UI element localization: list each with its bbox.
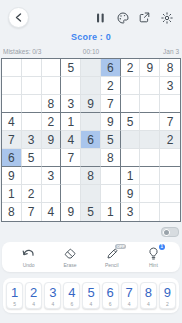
cell-r7c5[interactable]: 8 [81,167,101,185]
pause-icon[interactable] [94,11,107,24]
cell-r3c7[interactable] [121,95,141,113]
cell-r3c5[interactable]: 9 [81,95,101,113]
num-digit: 4 [68,285,75,300]
cell-r7c8[interactable] [140,167,160,185]
cell-r4c4[interactable]: 1 [61,113,81,131]
cell-r9c5[interactable]: 5 [81,203,101,221]
cell-r4c6[interactable]: 9 [101,113,121,131]
cell-r1c5[interactable] [81,59,101,77]
cell-r4c1[interactable]: 4 [2,113,22,131]
share-icon[interactable] [138,11,151,24]
cell-r2c2[interactable] [22,77,42,95]
cell-r6c6[interactable]: 8 [101,149,121,167]
cell-r8c3[interactable] [42,185,62,203]
cell-r1c9[interactable]: 8 [160,59,180,77]
palette-icon[interactable] [116,11,129,24]
cell-r2c3[interactable] [42,77,62,95]
lightbulb-icon [148,247,159,260]
board-toggle-switch[interactable] [161,227,179,237]
cell-r1c4[interactable]: 5 [61,59,81,77]
cell-r1c1[interactable] [2,59,22,77]
cell-r9c6[interactable]: 1 [101,203,121,221]
num-remaining-count: 4 [147,301,150,307]
cell-r4c7[interactable]: 5 [121,113,141,131]
top-icon-group [94,11,173,24]
num-button-2[interactable]: 24 [25,282,42,309]
pencil-off-badge: OFF [115,244,126,249]
undo-button[interactable]: Undo [22,247,35,268]
hint-count-badge: 1 [159,244,165,250]
cell-r7c4[interactable] [61,167,81,185]
num-button-9[interactable]: 92 [159,282,176,309]
num-remaining-count: 4 [32,301,35,307]
undo-icon [22,248,35,259]
erase-button[interactable]: Erase [63,247,76,268]
num-button-6[interactable]: 66 [102,282,119,309]
cell-r8c5[interactable] [81,185,101,203]
cell-r9c9[interactable] [160,203,180,221]
undo-label: Undo [23,262,35,268]
cell-r4c3[interactable]: 2 [42,113,62,131]
cell-r4c9[interactable]: 7 [160,113,180,131]
cell-r7c9[interactable] [160,167,180,185]
sudoku-board: 5629823839742195773946526578938112987495… [1,58,181,222]
cell-r2c7[interactable] [121,77,141,95]
toolbar: Undo Erase OFF Pencil [2,242,180,272]
cell-r2c4[interactable] [61,77,81,95]
num-digit: 7 [126,285,133,300]
cell-r8c6[interactable] [101,185,121,203]
cell-r5c4[interactable]: 4 [61,131,81,149]
num-digit: 9 [164,285,171,300]
num-remaining-count: 4 [128,301,131,307]
cell-r4c8[interactable] [140,113,160,131]
num-button-4[interactable]: 46 [63,282,80,309]
cell-r8c7[interactable]: 9 [121,185,141,203]
hint-button[interactable]: 1 Hint [147,247,160,268]
cell-r3c1[interactable] [2,95,22,113]
num-button-3[interactable]: 34 [44,282,61,309]
cell-r2c8[interactable] [140,77,160,95]
cell-r9c3[interactable]: 4 [42,203,62,221]
cell-r5c8[interactable] [140,131,160,149]
cell-r5c9[interactable]: 2 [160,131,180,149]
chevron-left-icon [15,13,22,22]
num-button-7[interactable]: 74 [121,282,138,309]
cell-r9c8[interactable] [140,203,160,221]
cell-r7c6[interactable] [101,167,121,185]
num-remaining-count: 6 [109,301,112,307]
cell-r3c2[interactable] [22,95,42,113]
cell-r5c6[interactable]: 5 [101,131,121,149]
cell-r5c7[interactable] [121,131,141,149]
num-digit: 5 [87,285,94,300]
cell-r2c6[interactable]: 2 [101,77,121,95]
cell-r1c2[interactable] [22,59,42,77]
cell-r6c7[interactable] [121,149,141,167]
number-pad: 152434465466748492 [3,278,179,313]
num-button-5[interactable]: 54 [82,282,99,309]
num-remaining-count: 2 [166,301,169,307]
num-button-8[interactable]: 84 [140,282,157,309]
cell-r4c2[interactable] [22,113,42,131]
cell-r3c8[interactable] [140,95,160,113]
cell-r6c4[interactable]: 7 [61,149,81,167]
cell-r3c4[interactable]: 3 [61,95,81,113]
pencil-label: Pencil [105,262,119,268]
cell-r5c1[interactable]: 7 [2,131,22,149]
cell-r2c5[interactable] [81,77,101,95]
cell-r6c1[interactable]: 6 [2,149,22,167]
cell-r8c1[interactable]: 1 [2,185,22,203]
mistakes-counter: Mistakes: 0/3 [3,48,62,55]
num-remaining-count: 6 [70,301,73,307]
date-label: Jan 3 [120,48,179,55]
cell-r7c2[interactable] [22,167,42,185]
cell-r5c5[interactable]: 6 [81,131,101,149]
num-digit: 2 [30,285,37,300]
top-bar [0,0,182,28]
erase-label: Erase [63,262,76,268]
pencil-button[interactable]: OFF Pencil [105,247,119,268]
cell-r2c9[interactable]: 3 [160,77,180,95]
toggle-knob [163,229,170,236]
back-button[interactable] [8,7,29,28]
hint-label: Hint [149,262,158,268]
cell-r8c8[interactable] [140,185,160,203]
cell-r9c1[interactable]: 8 [2,203,22,221]
cell-r3c9[interactable] [160,95,180,113]
num-remaining-count: 4 [90,301,93,307]
num-digit: 3 [49,285,56,300]
pencil-icon [106,248,118,260]
num-digit: 1 [11,285,18,300]
cell-r1c6[interactable]: 6 [101,59,121,77]
cell-r5c2[interactable]: 3 [22,131,42,149]
cell-r3c6[interactable]: 7 [101,95,121,113]
sudoku-app: Score : 0 Mistakes: 0/3 00:10 Jan 3 5629… [0,0,182,323]
status-row: Mistakes: 0/3 00:10 Jan 3 [3,48,179,55]
cell-r6c5[interactable] [81,149,101,167]
num-button-1[interactable]: 15 [6,282,23,309]
cell-r1c7[interactable]: 2 [121,59,141,77]
cell-r8c2[interactable]: 2 [22,185,42,203]
cell-r1c3[interactable] [42,59,62,77]
cell-r9c7[interactable]: 3 [121,203,141,221]
toggle-row [3,227,179,237]
cell-r7c3[interactable]: 3 [42,167,62,185]
cell-r8c9[interactable] [160,185,180,203]
cell-r7c7[interactable]: 1 [121,167,141,185]
cell-r6c9[interactable] [160,149,180,167]
cell-r9c2[interactable]: 7 [22,203,42,221]
num-remaining-count: 5 [13,301,16,307]
num-digit: 6 [106,285,113,300]
cell-r5c3[interactable]: 9 [42,131,62,149]
cell-r3c3[interactable]: 8 [42,95,62,113]
settings-gear-icon[interactable] [160,11,173,24]
num-digit: 8 [145,285,152,300]
num-remaining-count: 4 [51,301,54,307]
cell-r6c8[interactable] [140,149,160,167]
score-text: Score : 0 [0,32,182,42]
cell-r1c8[interactable]: 9 [140,59,160,77]
cell-r2c1[interactable] [2,77,22,95]
cell-r7c1[interactable]: 9 [2,167,22,185]
eraser-icon [64,248,76,260]
cell-r6c3[interactable] [42,149,62,167]
cell-r6c2[interactable]: 5 [22,149,42,167]
cell-r8c4[interactable] [61,185,81,203]
timer: 00:10 [62,48,121,55]
cell-r4c5[interactable] [81,113,101,131]
cell-r9c4[interactable]: 9 [61,203,81,221]
